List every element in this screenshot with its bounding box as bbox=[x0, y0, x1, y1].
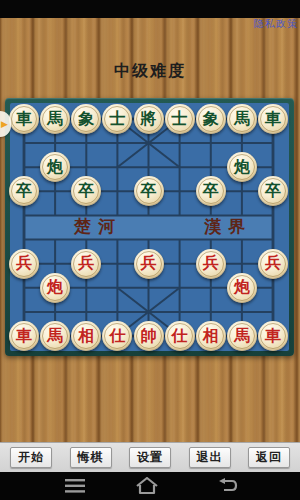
start-button[interactable]: 开始 bbox=[10, 447, 52, 468]
piece-red-elephant[interactable]: 相 bbox=[196, 321, 226, 351]
piece-red-cannon[interactable]: 炮 bbox=[40, 273, 70, 303]
piece-black-general[interactable]: 將 bbox=[134, 104, 164, 134]
xiangqi-board[interactable]: 楚河 漢界 車馬象士將士象馬車炮炮卒卒卒卒卒兵兵兵兵兵炮炮車馬相仕帥仕相馬車 bbox=[5, 98, 294, 356]
piece-red-soldier[interactable]: 兵 bbox=[258, 249, 288, 279]
river-label-right: 漢界 bbox=[183, 214, 273, 240]
settings-button[interactable]: 设置 bbox=[129, 447, 171, 468]
piece-black-soldier[interactable]: 卒 bbox=[134, 176, 164, 206]
piece-black-horse[interactable]: 馬 bbox=[227, 104, 257, 134]
back-icon[interactable] bbox=[213, 472, 243, 500]
piece-red-rook[interactable]: 車 bbox=[9, 321, 39, 351]
piece-red-rook[interactable]: 車 bbox=[258, 321, 288, 351]
app-screen: 隐私政策 中级难度 bbox=[0, 0, 300, 500]
piece-red-advisor[interactable]: 仕 bbox=[165, 321, 195, 351]
piece-black-rook[interactable]: 車 bbox=[9, 104, 39, 134]
piece-red-soldier[interactable]: 兵 bbox=[71, 249, 101, 279]
back-button[interactable]: 返回 bbox=[248, 447, 290, 468]
piece-red-soldier[interactable]: 兵 bbox=[196, 249, 226, 279]
status-bar bbox=[0, 0, 300, 18]
piece-black-elephant[interactable]: 象 bbox=[196, 104, 226, 134]
piece-red-soldier[interactable]: 兵 bbox=[9, 249, 39, 279]
privacy-policy-link[interactable]: 隐私政策 bbox=[254, 17, 298, 31]
bottom-toolbar: 开始 悔棋 设置 退出 返回 bbox=[0, 442, 300, 472]
piece-black-advisor[interactable]: 士 bbox=[165, 104, 195, 134]
menu-icon[interactable] bbox=[60, 472, 90, 500]
piece-black-cannon[interactable]: 炮 bbox=[227, 152, 257, 182]
piece-red-horse[interactable]: 馬 bbox=[40, 321, 70, 351]
piece-red-soldier[interactable]: 兵 bbox=[134, 249, 164, 279]
undo-button[interactable]: 悔棋 bbox=[70, 447, 112, 468]
piece-black-horse[interactable]: 馬 bbox=[40, 104, 70, 134]
home-icon[interactable] bbox=[132, 472, 162, 500]
piece-red-general[interactable]: 帥 bbox=[134, 321, 164, 351]
river-label-left: 楚河 bbox=[53, 214, 143, 240]
page-title: 中级难度 bbox=[0, 61, 300, 82]
piece-red-horse[interactable]: 馬 bbox=[227, 321, 257, 351]
drawer-arrow-icon: ▶ bbox=[1, 120, 8, 129]
piece-black-soldier[interactable]: 卒 bbox=[196, 176, 226, 206]
android-nav-bar bbox=[0, 472, 300, 500]
exit-button[interactable]: 退出 bbox=[189, 447, 231, 468]
piece-red-cannon[interactable]: 炮 bbox=[227, 273, 257, 303]
piece-black-rook[interactable]: 車 bbox=[258, 104, 288, 134]
